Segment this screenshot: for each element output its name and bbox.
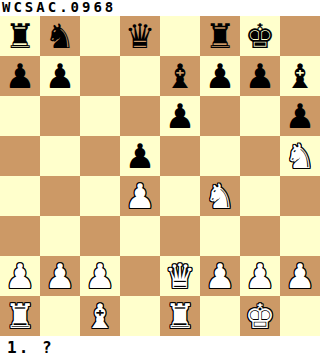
- square-b7[interactable]: ♟: [40, 56, 80, 96]
- move-prompt-bar: 1. ?: [0, 336, 320, 360]
- piece-white-rook[interactable]: ♜: [5, 296, 35, 336]
- square-e2[interactable]: ♛: [160, 256, 200, 296]
- square-g7[interactable]: ♟: [240, 56, 280, 96]
- square-g8[interactable]: ♚: [240, 16, 280, 56]
- piece-white-pawn[interactable]: ♟: [245, 256, 275, 296]
- square-d7[interactable]: [120, 56, 160, 96]
- square-e7[interactable]: ♝: [160, 56, 200, 96]
- square-f7[interactable]: ♟: [200, 56, 240, 96]
- square-g3[interactable]: [240, 216, 280, 256]
- move-prompt: 1. ?: [7, 338, 54, 357]
- square-e4[interactable]: [160, 176, 200, 216]
- piece-white-pawn[interactable]: ♟: [5, 256, 35, 296]
- square-h5[interactable]: ♞: [280, 136, 320, 176]
- square-h3[interactable]: [280, 216, 320, 256]
- square-d2[interactable]: [120, 256, 160, 296]
- square-h7[interactable]: ♝: [280, 56, 320, 96]
- square-e5[interactable]: [160, 136, 200, 176]
- square-b8[interactable]: ♞: [40, 16, 80, 56]
- page-title: WCSAC.0968: [2, 0, 116, 15]
- square-e3[interactable]: [160, 216, 200, 256]
- square-b6[interactable]: [40, 96, 80, 136]
- square-f1[interactable]: [200, 296, 240, 336]
- square-c6[interactable]: [80, 96, 120, 136]
- piece-black-bishop[interactable]: ♝: [285, 56, 315, 96]
- square-a1[interactable]: ♜: [0, 296, 40, 336]
- square-g6[interactable]: [240, 96, 280, 136]
- piece-white-knight[interactable]: ♞: [285, 136, 315, 176]
- square-a8[interactable]: ♜: [0, 16, 40, 56]
- piece-black-pawn[interactable]: ♟: [125, 136, 155, 176]
- piece-white-bishop[interactable]: ♝: [85, 296, 115, 336]
- piece-white-pawn[interactable]: ♟: [45, 256, 75, 296]
- piece-white-queen[interactable]: ♛: [165, 256, 195, 296]
- square-e1[interactable]: ♜: [160, 296, 200, 336]
- square-b5[interactable]: [40, 136, 80, 176]
- piece-black-king[interactable]: ♚: [245, 16, 275, 56]
- square-h8[interactable]: [280, 16, 320, 56]
- square-c3[interactable]: [80, 216, 120, 256]
- piece-black-rook[interactable]: ♜: [5, 16, 35, 56]
- piece-white-pawn[interactable]: ♟: [205, 256, 235, 296]
- piece-white-knight[interactable]: ♞: [205, 176, 235, 216]
- square-d6[interactable]: [120, 96, 160, 136]
- square-f4[interactable]: ♞: [200, 176, 240, 216]
- square-f6[interactable]: [200, 96, 240, 136]
- square-f3[interactable]: [200, 216, 240, 256]
- piece-black-rook[interactable]: ♜: [205, 16, 235, 56]
- chess-app-window: WCSAC.0968 ♜♞♛♜♚♟♟♝♟♟♝♟♟♟♞♟♞♟♟♟♛♟♟♟♜♝♜♚ …: [0, 0, 320, 360]
- piece-white-pawn[interactable]: ♟: [285, 256, 315, 296]
- square-a5[interactable]: [0, 136, 40, 176]
- square-d1[interactable]: [120, 296, 160, 336]
- square-g1[interactable]: ♚: [240, 296, 280, 336]
- square-d8[interactable]: ♛: [120, 16, 160, 56]
- square-c4[interactable]: [80, 176, 120, 216]
- square-b2[interactable]: ♟: [40, 256, 80, 296]
- square-g2[interactable]: ♟: [240, 256, 280, 296]
- square-a7[interactable]: ♟: [0, 56, 40, 96]
- piece-white-king[interactable]: ♚: [245, 296, 275, 336]
- square-f2[interactable]: ♟: [200, 256, 240, 296]
- square-h4[interactable]: [280, 176, 320, 216]
- square-f8[interactable]: ♜: [200, 16, 240, 56]
- piece-black-queen[interactable]: ♛: [125, 16, 155, 56]
- piece-black-bishop[interactable]: ♝: [165, 56, 195, 96]
- piece-black-pawn[interactable]: ♟: [165, 96, 195, 136]
- square-f5[interactable]: [200, 136, 240, 176]
- piece-black-pawn[interactable]: ♟: [5, 56, 35, 96]
- square-e8[interactable]: [160, 16, 200, 56]
- square-c1[interactable]: ♝: [80, 296, 120, 336]
- piece-black-pawn[interactable]: ♟: [285, 96, 315, 136]
- title-bar: WCSAC.0968: [0, 0, 320, 16]
- piece-white-pawn[interactable]: ♟: [125, 176, 155, 216]
- square-e6[interactable]: ♟: [160, 96, 200, 136]
- piece-black-pawn[interactable]: ♟: [45, 56, 75, 96]
- square-h1[interactable]: [280, 296, 320, 336]
- square-c2[interactable]: ♟: [80, 256, 120, 296]
- square-b4[interactable]: [40, 176, 80, 216]
- square-c8[interactable]: [80, 16, 120, 56]
- square-c5[interactable]: [80, 136, 120, 176]
- piece-black-pawn[interactable]: ♟: [245, 56, 275, 96]
- piece-white-pawn[interactable]: ♟: [85, 256, 115, 296]
- square-d4[interactable]: ♟: [120, 176, 160, 216]
- square-b3[interactable]: [40, 216, 80, 256]
- piece-white-rook[interactable]: ♜: [165, 296, 195, 336]
- square-d3[interactable]: [120, 216, 160, 256]
- square-c7[interactable]: [80, 56, 120, 96]
- square-a2[interactable]: ♟: [0, 256, 40, 296]
- square-d5[interactable]: ♟: [120, 136, 160, 176]
- square-h6[interactable]: ♟: [280, 96, 320, 136]
- square-a3[interactable]: [0, 216, 40, 256]
- square-b1[interactable]: [40, 296, 80, 336]
- square-g4[interactable]: [240, 176, 280, 216]
- piece-black-knight[interactable]: ♞: [45, 16, 75, 56]
- chess-board: ♜♞♛♜♚♟♟♝♟♟♝♟♟♟♞♟♞♟♟♟♛♟♟♟♜♝♜♚: [0, 16, 320, 336]
- square-h2[interactable]: ♟: [280, 256, 320, 296]
- square-a6[interactable]: [0, 96, 40, 136]
- piece-black-pawn[interactable]: ♟: [205, 56, 235, 96]
- square-g5[interactable]: [240, 136, 280, 176]
- square-a4[interactable]: [0, 176, 40, 216]
